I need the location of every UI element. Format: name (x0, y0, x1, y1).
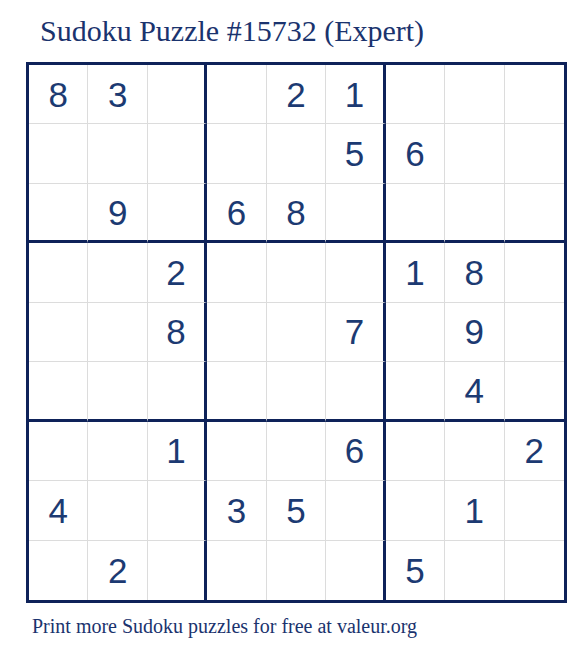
sudoku-cell[interactable]: 1 (445, 481, 504, 540)
sudoku-cell[interactable]: 5 (326, 124, 385, 183)
sudoku-cell[interactable] (326, 541, 385, 600)
sudoku-cell[interactable] (88, 362, 147, 421)
sudoku-cell[interactable] (29, 541, 88, 600)
sudoku-cell[interactable] (267, 541, 326, 600)
sudoku-cell[interactable] (207, 124, 266, 183)
sudoku-cell[interactable] (29, 184, 88, 243)
sudoku-cell[interactable]: 5 (267, 481, 326, 540)
sudoku-cell[interactable] (207, 65, 266, 124)
sudoku-cell[interactable] (207, 303, 266, 362)
sudoku-cell[interactable]: 4 (29, 481, 88, 540)
sudoku-cell[interactable] (326, 184, 385, 243)
sudoku-cell[interactable] (326, 481, 385, 540)
sudoku-board: 8321569682188794162435125 (26, 62, 567, 603)
sudoku-cell[interactable] (148, 124, 207, 183)
sudoku-cell[interactable]: 6 (326, 422, 385, 481)
sudoku-cell[interactable] (29, 243, 88, 302)
footer-text: Print more Sudoku puzzles for free at va… (32, 615, 417, 638)
sudoku-cell[interactable] (148, 184, 207, 243)
sudoku-cell[interactable] (148, 65, 207, 124)
sudoku-cell[interactable] (267, 243, 326, 302)
sudoku-cell[interactable] (386, 184, 445, 243)
sudoku-cell[interactable]: 3 (207, 481, 266, 540)
sudoku-cell[interactable] (29, 124, 88, 183)
sudoku-cell[interactable] (386, 362, 445, 421)
sudoku-cell[interactable]: 6 (207, 184, 266, 243)
sudoku-cell[interactable] (326, 243, 385, 302)
sudoku-cell[interactable] (267, 303, 326, 362)
sudoku-cell[interactable]: 8 (267, 184, 326, 243)
sudoku-cell[interactable]: 6 (386, 124, 445, 183)
sudoku-cell[interactable] (386, 65, 445, 124)
sudoku-cell[interactable] (148, 541, 207, 600)
sudoku-cell[interactable] (386, 303, 445, 362)
sudoku-cell[interactable] (505, 303, 564, 362)
sudoku-cell[interactable] (207, 243, 266, 302)
sudoku-cell[interactable] (267, 124, 326, 183)
sudoku-cell[interactable]: 2 (88, 541, 147, 600)
sudoku-cell[interactable] (505, 541, 564, 600)
sudoku-cell[interactable]: 5 (386, 541, 445, 600)
sudoku-cell[interactable] (505, 184, 564, 243)
sudoku-cell[interactable] (445, 65, 504, 124)
sudoku-cell[interactable] (386, 422, 445, 481)
sudoku-cell[interactable] (445, 184, 504, 243)
sudoku-cell[interactable]: 1 (326, 65, 385, 124)
sudoku-cell[interactable] (148, 362, 207, 421)
sudoku-cell[interactable] (88, 303, 147, 362)
sudoku-cell[interactable] (445, 541, 504, 600)
sudoku-cell[interactable] (267, 362, 326, 421)
sudoku-cell[interactable] (29, 422, 88, 481)
page-title: Sudoku Puzzle #15732 (Expert) (40, 14, 424, 48)
sudoku-cell[interactable] (326, 362, 385, 421)
sudoku-cell[interactable] (88, 422, 147, 481)
sudoku-cell[interactable] (445, 422, 504, 481)
sudoku-cell[interactable] (148, 481, 207, 540)
sudoku-cell[interactable] (505, 243, 564, 302)
sudoku-cell[interactable] (207, 362, 266, 421)
sudoku-cell[interactable] (29, 303, 88, 362)
sudoku-cell[interactable] (505, 362, 564, 421)
sudoku-cell[interactable]: 2 (267, 65, 326, 124)
sudoku-cell[interactable]: 7 (326, 303, 385, 362)
sudoku-cell[interactable]: 1 (148, 422, 207, 481)
sudoku-cell[interactable] (207, 541, 266, 600)
sudoku-cell[interactable] (505, 65, 564, 124)
sudoku-cell[interactable]: 8 (445, 243, 504, 302)
sudoku-cell[interactable]: 4 (445, 362, 504, 421)
sudoku-cell[interactable]: 3 (88, 65, 147, 124)
sudoku-cell[interactable]: 9 (88, 184, 147, 243)
sudoku-cell[interactable] (505, 124, 564, 183)
sudoku-cell[interactable] (88, 243, 147, 302)
sudoku-cell[interactable]: 8 (29, 65, 88, 124)
sudoku-cell[interactable] (29, 362, 88, 421)
sudoku-cell[interactable] (445, 124, 504, 183)
sudoku-cell[interactable]: 2 (505, 422, 564, 481)
sudoku-cell[interactable] (267, 422, 326, 481)
sudoku-cell[interactable] (505, 481, 564, 540)
sudoku-cell[interactable] (207, 422, 266, 481)
sudoku-cell[interactable] (88, 124, 147, 183)
sudoku-cell[interactable] (88, 481, 147, 540)
sudoku-cell[interactable]: 1 (386, 243, 445, 302)
sudoku-cell[interactable] (386, 481, 445, 540)
sudoku-cell[interactable]: 9 (445, 303, 504, 362)
sudoku-page: Sudoku Puzzle #15732 (Expert) 8321569682… (0, 0, 580, 651)
sudoku-cell[interactable]: 8 (148, 303, 207, 362)
sudoku-cell[interactable]: 2 (148, 243, 207, 302)
